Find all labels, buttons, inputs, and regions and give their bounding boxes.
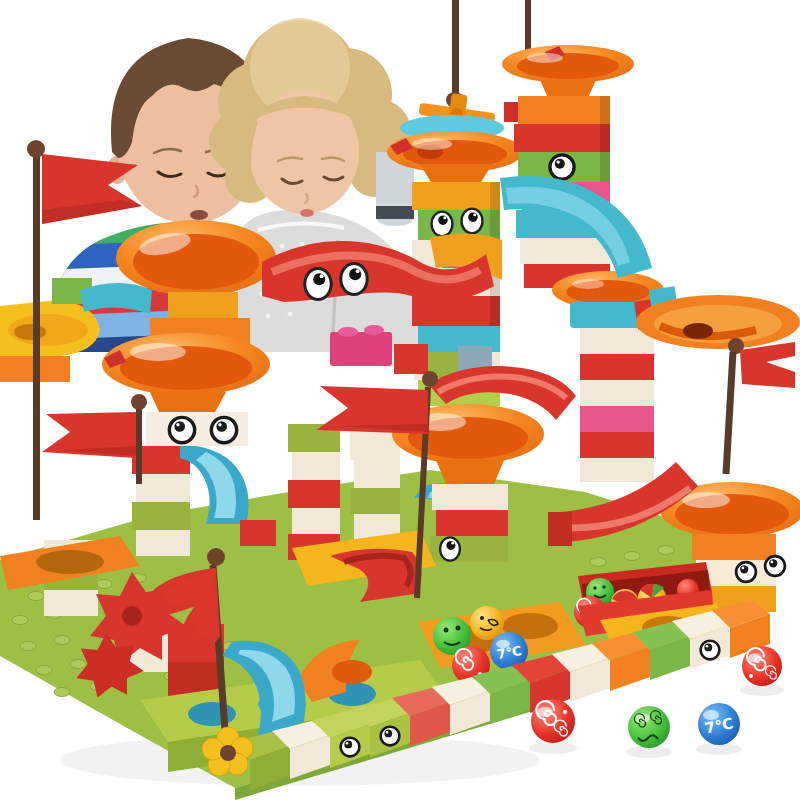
boy-mouth xyxy=(190,210,208,220)
track-eyes xyxy=(305,268,331,299)
cube-eye xyxy=(381,727,400,746)
block-eyes xyxy=(736,562,756,582)
block-eyes xyxy=(765,556,785,576)
block-eyes xyxy=(462,209,483,234)
block-eyes xyxy=(432,212,453,237)
funnel-bowl-upper-left xyxy=(116,220,276,296)
ball-red-spiral-2 xyxy=(742,646,782,686)
girl-wristband xyxy=(376,206,414,219)
girl-mouth xyxy=(300,209,314,217)
funnel-bowl-left xyxy=(102,333,270,395)
ball-blue-7c: 7℃ xyxy=(698,703,740,745)
ball-green-dizzy xyxy=(628,706,670,748)
cube-eye xyxy=(341,738,360,757)
pole-top-center xyxy=(452,0,459,98)
marble-run-scene: 7℃ xyxy=(0,0,800,800)
block-eye xyxy=(440,537,460,560)
cube-eye xyxy=(701,641,720,660)
block-eyes xyxy=(169,417,194,442)
pole-top-right xyxy=(525,0,531,50)
product-photo-stage: 7℃ xyxy=(0,0,800,800)
track-eyes xyxy=(341,263,367,294)
block-eyes xyxy=(211,417,236,442)
funnel-top-right xyxy=(502,45,634,83)
ball-red-spiral-1 xyxy=(531,699,575,743)
block-eye xyxy=(550,155,574,179)
